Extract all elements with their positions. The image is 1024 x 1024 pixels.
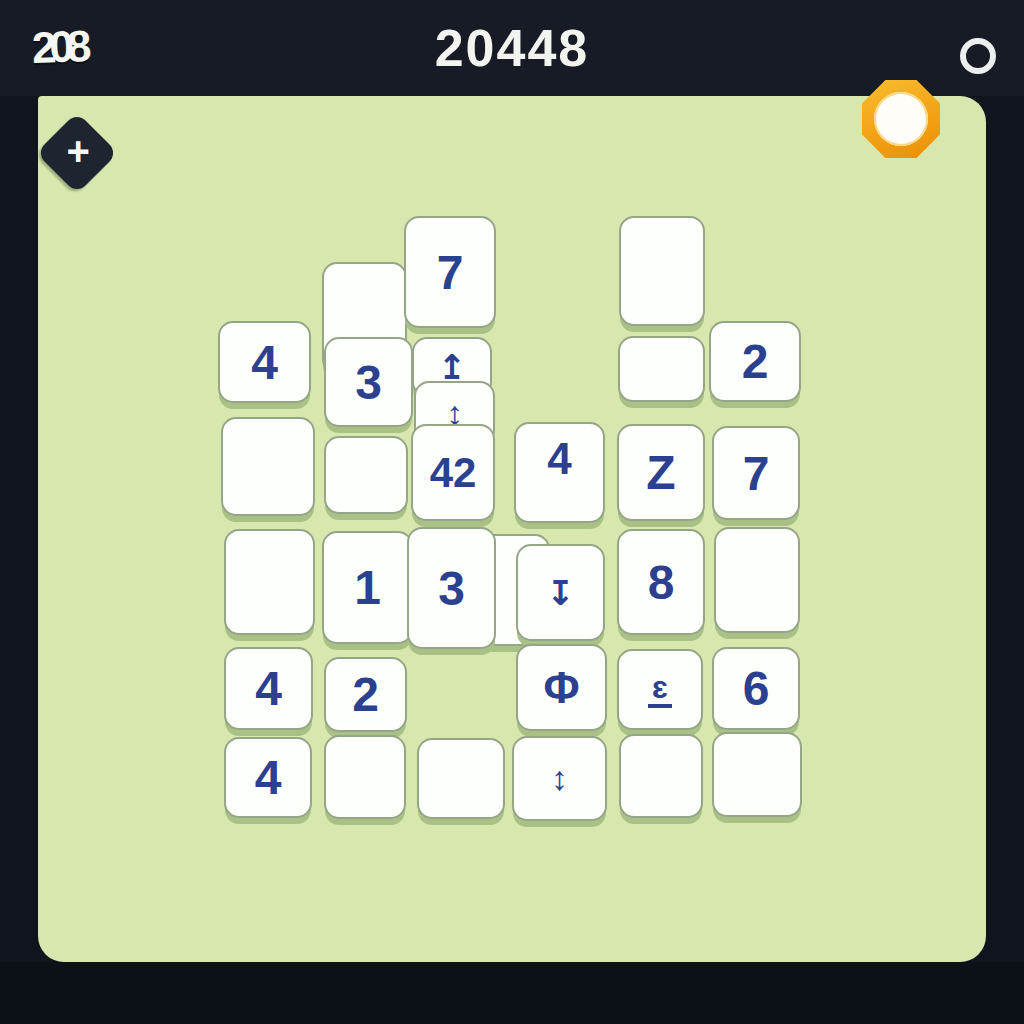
tile-glyph-epsilon[interactable]: ɛ: [617, 649, 703, 730]
tile-empty[interactable]: [324, 436, 408, 514]
plus-icon: +: [67, 132, 90, 172]
menu-ring-icon[interactable]: [960, 38, 996, 74]
tile-2[interactable]: 2: [324, 657, 407, 732]
tile-empty[interactable]: [324, 735, 406, 819]
tile-glyph-down-anchor[interactable]: ↧: [516, 544, 605, 641]
header-bar: 208 20448: [0, 0, 1024, 96]
tile-empty[interactable]: [224, 529, 315, 635]
tile-2[interactable]: 2: [709, 321, 801, 402]
page-title: 20448: [435, 18, 590, 78]
tile-empty[interactable]: [618, 336, 705, 402]
coin-icon: [874, 92, 928, 146]
tile-4[interactable]: 4: [224, 737, 312, 818]
tile-1[interactable]: 1: [322, 531, 413, 644]
tile-empty[interactable]: [712, 732, 802, 817]
tile-3[interactable]: 3: [407, 527, 496, 649]
tile-empty[interactable]: [619, 216, 705, 326]
tile-42[interactable]: 42: [411, 424, 495, 521]
tile-empty[interactable]: [221, 417, 315, 516]
tile-4[interactable]: 4: [514, 422, 605, 523]
epsilon-glyph: ɛ: [648, 671, 672, 708]
app-logo: 208: [31, 21, 85, 73]
tile-7[interactable]: 7: [712, 426, 800, 520]
bottom-bar: [0, 962, 1024, 1024]
tile-4[interactable]: 4: [218, 321, 311, 403]
tile-glyph-updown-arrow[interactable]: ↕: [512, 736, 607, 821]
tile-6[interactable]: 6: [712, 647, 800, 730]
tile-empty[interactable]: [619, 734, 703, 818]
tile-Z[interactable]: Z: [617, 424, 705, 521]
tile-8[interactable]: 8: [617, 529, 705, 635]
tile-4[interactable]: 4: [224, 647, 313, 730]
tile-glyph-phi[interactable]: Φ: [516, 644, 607, 731]
tile-empty[interactable]: [714, 527, 800, 633]
coin-badge-icon[interactable]: [862, 80, 940, 158]
game-board: [38, 96, 986, 962]
tile-empty[interactable]: [417, 738, 505, 819]
tile-3[interactable]: 3: [324, 337, 413, 427]
tile-7[interactable]: 7: [404, 216, 496, 328]
